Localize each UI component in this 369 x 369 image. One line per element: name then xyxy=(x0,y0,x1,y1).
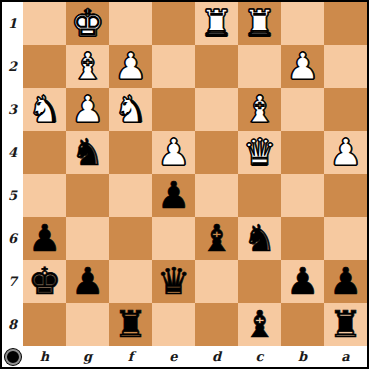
white-knight-h3: ♞ xyxy=(28,88,61,131)
rank-label-4: 4 xyxy=(2,131,23,174)
square-h3[interactable]: ♞ xyxy=(23,88,66,131)
square-g6[interactable] xyxy=(66,217,109,260)
square-f4[interactable] xyxy=(109,131,152,174)
square-h7[interactable]: ♚ xyxy=(23,260,66,303)
black-knight-c6: ♞ xyxy=(243,217,276,260)
white-queen-c4: ♛ xyxy=(243,131,276,174)
black-bishop-d6: ♝ xyxy=(200,217,233,260)
white-bishop-g2: ♝ xyxy=(71,45,104,88)
square-d4[interactable] xyxy=(195,131,238,174)
chess-app-window: 1♚♜♜2♝♟♟3♞♟♞♝4♞♟♛♟5♟6♟♝♞7♚♟♛♟♟8♜♝♜hgfedc… xyxy=(0,0,369,369)
square-f8[interactable]: ♜ xyxy=(109,303,152,346)
square-c1[interactable]: ♜ xyxy=(238,2,281,45)
square-a3[interactable] xyxy=(324,88,367,131)
square-f1[interactable] xyxy=(109,2,152,45)
square-d7[interactable] xyxy=(195,260,238,303)
square-f7[interactable] xyxy=(109,260,152,303)
square-h5[interactable] xyxy=(23,174,66,217)
square-a4[interactable]: ♟ xyxy=(324,131,367,174)
chess-board: 1♚♜♜2♝♟♟3♞♟♞♝4♞♟♛♟5♟6♟♝♞7♚♟♛♟♟8♜♝♜hgfedc… xyxy=(2,2,367,367)
square-d6[interactable]: ♝ xyxy=(195,217,238,260)
square-h8[interactable] xyxy=(23,303,66,346)
rank-label-8: 8 xyxy=(2,303,23,346)
square-h2[interactable] xyxy=(23,45,66,88)
square-a1[interactable] xyxy=(324,2,367,45)
square-e5[interactable]: ♟ xyxy=(152,174,195,217)
black-queen-e7: ♛ xyxy=(157,260,190,303)
square-c8[interactable]: ♝ xyxy=(238,303,281,346)
square-f3[interactable]: ♞ xyxy=(109,88,152,131)
square-c6[interactable]: ♞ xyxy=(238,217,281,260)
rank-label-7: 7 xyxy=(2,260,23,303)
black-king-h7: ♚ xyxy=(28,260,61,303)
square-c4[interactable]: ♛ xyxy=(238,131,281,174)
white-pawn-f2: ♟ xyxy=(114,45,147,88)
black-pawn-g7: ♟ xyxy=(71,260,104,303)
square-g2[interactable]: ♝ xyxy=(66,45,109,88)
square-b8[interactable] xyxy=(281,303,324,346)
square-b4[interactable] xyxy=(281,131,324,174)
file-label-h: h xyxy=(23,346,66,367)
black-pawn-a7: ♟ xyxy=(329,260,362,303)
square-e4[interactable]: ♟ xyxy=(152,131,195,174)
side-to-move-indicator xyxy=(2,346,23,367)
white-pawn-e4: ♟ xyxy=(157,131,190,174)
square-c5[interactable] xyxy=(238,174,281,217)
square-c7[interactable] xyxy=(238,260,281,303)
white-pawn-b2: ♟ xyxy=(286,45,319,88)
square-a8[interactable]: ♜ xyxy=(324,303,367,346)
square-h6[interactable]: ♟ xyxy=(23,217,66,260)
black-rook-f8: ♜ xyxy=(114,303,147,346)
square-a7[interactable]: ♟ xyxy=(324,260,367,303)
square-g5[interactable] xyxy=(66,174,109,217)
square-c2[interactable] xyxy=(238,45,281,88)
rank-label-3: 3 xyxy=(2,88,23,131)
square-f2[interactable]: ♟ xyxy=(109,45,152,88)
square-e7[interactable]: ♛ xyxy=(152,260,195,303)
square-f5[interactable] xyxy=(109,174,152,217)
square-g8[interactable] xyxy=(66,303,109,346)
white-pawn-a4: ♟ xyxy=(329,131,362,174)
file-label-d: d xyxy=(195,346,238,367)
square-a5[interactable] xyxy=(324,174,367,217)
square-h4[interactable] xyxy=(23,131,66,174)
square-d8[interactable] xyxy=(195,303,238,346)
square-d5[interactable] xyxy=(195,174,238,217)
square-b3[interactable] xyxy=(281,88,324,131)
black-to-move-dot-icon xyxy=(5,349,21,365)
rank-label-2: 2 xyxy=(2,45,23,88)
white-rook-d1: ♜ xyxy=(200,2,233,45)
square-a6[interactable] xyxy=(324,217,367,260)
square-b7[interactable]: ♟ xyxy=(281,260,324,303)
file-label-a: a xyxy=(324,346,367,367)
file-label-b: b xyxy=(281,346,324,367)
square-d3[interactable] xyxy=(195,88,238,131)
white-pawn-g3: ♟ xyxy=(71,88,104,131)
square-g1[interactable]: ♚ xyxy=(66,2,109,45)
rank-label-6: 6 xyxy=(2,217,23,260)
square-c3[interactable]: ♝ xyxy=(238,88,281,131)
square-b1[interactable] xyxy=(281,2,324,45)
white-bishop-c3: ♝ xyxy=(243,88,276,131)
black-pawn-b7: ♟ xyxy=(286,260,319,303)
square-h1[interactable] xyxy=(23,2,66,45)
square-d2[interactable] xyxy=(195,45,238,88)
square-e3[interactable] xyxy=(152,88,195,131)
square-f6[interactable] xyxy=(109,217,152,260)
white-king-g1: ♚ xyxy=(71,2,104,45)
square-g3[interactable]: ♟ xyxy=(66,88,109,131)
square-e6[interactable] xyxy=(152,217,195,260)
square-e8[interactable] xyxy=(152,303,195,346)
black-bishop-c8: ♝ xyxy=(243,303,276,346)
black-knight-g4: ♞ xyxy=(71,131,104,174)
square-g4[interactable]: ♞ xyxy=(66,131,109,174)
square-e2[interactable] xyxy=(152,45,195,88)
square-b2[interactable]: ♟ xyxy=(281,45,324,88)
square-a2[interactable] xyxy=(324,45,367,88)
white-rook-c1: ♜ xyxy=(243,2,276,45)
file-label-e: e xyxy=(152,346,195,367)
black-pawn-e5: ♟ xyxy=(157,174,190,217)
file-label-g: g xyxy=(66,346,109,367)
black-pawn-h6: ♟ xyxy=(28,217,61,260)
black-rook-a8: ♜ xyxy=(329,303,362,346)
rank-label-5: 5 xyxy=(2,174,23,217)
square-e1[interactable] xyxy=(152,2,195,45)
square-g7[interactable]: ♟ xyxy=(66,260,109,303)
file-label-f: f xyxy=(109,346,152,367)
file-label-c: c xyxy=(238,346,281,367)
white-knight-f3: ♞ xyxy=(114,88,147,131)
square-b6[interactable] xyxy=(281,217,324,260)
square-b5[interactable] xyxy=(281,174,324,217)
rank-label-1: 1 xyxy=(2,2,23,45)
square-d1[interactable]: ♜ xyxy=(195,2,238,45)
